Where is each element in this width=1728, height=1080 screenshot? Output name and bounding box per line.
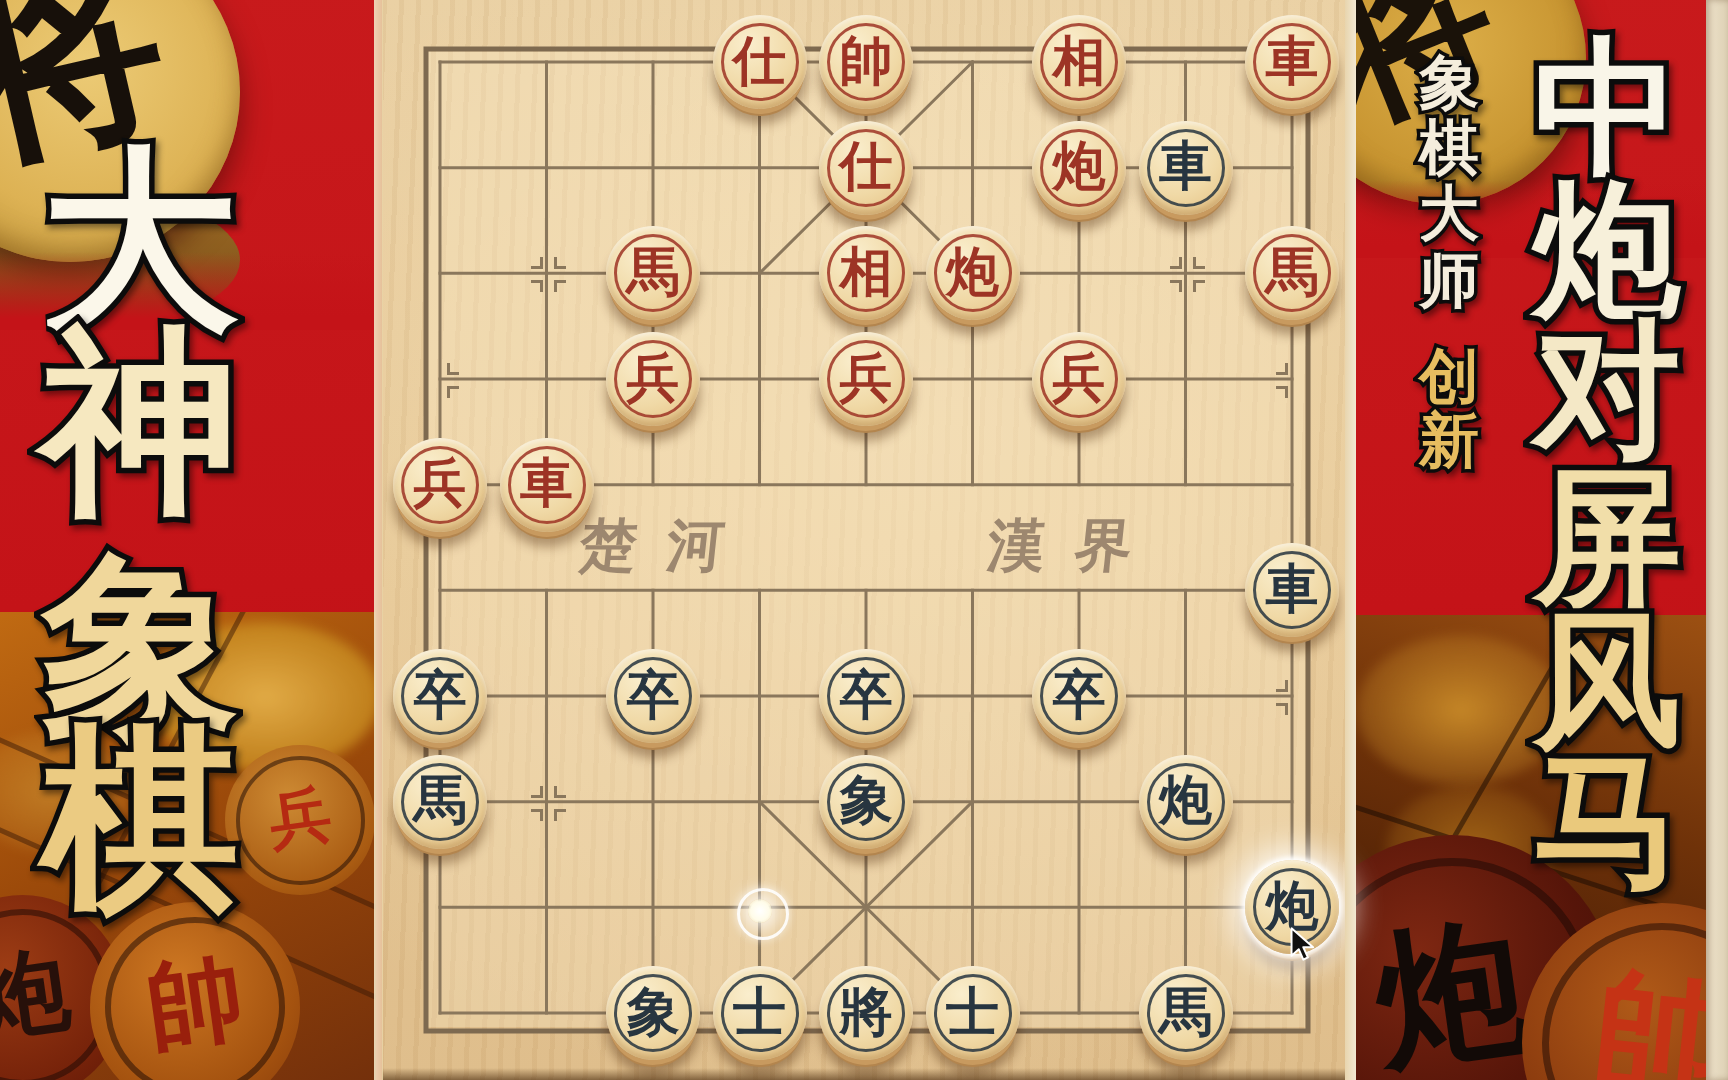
right-title-char: 马 xyxy=(1492,748,1722,896)
right-title-char: 炮 xyxy=(1492,177,1722,325)
piece-black-pawn[interactable]: 卒 xyxy=(606,649,700,743)
piece-black-elephant[interactable]: 象 xyxy=(819,755,913,849)
left-decorative-panel: 将 大神象棋 兵 炮 帥 xyxy=(0,0,376,1080)
right-subtitle-char: 象 xyxy=(1404,53,1494,113)
point-marker xyxy=(1170,280,1182,292)
piece-black-chariot[interactable]: 車 xyxy=(1245,543,1339,637)
point-marker xyxy=(447,386,459,398)
right-subtitle-char: 创 xyxy=(1404,347,1494,407)
river-label-right: 漢界 xyxy=(984,508,1166,585)
point-marker xyxy=(531,809,543,821)
piece-red-advisor[interactable]: 仕 xyxy=(819,121,913,215)
point-marker xyxy=(447,363,459,375)
piece-red-pawn[interactable]: 兵 xyxy=(819,332,913,426)
piece-black-pawn[interactable]: 卒 xyxy=(393,649,487,743)
piece-ring xyxy=(1147,974,1225,1052)
decor-piece-glyph: 帥 xyxy=(1588,963,1706,1080)
piece-black-advisor[interactable]: 士 xyxy=(926,966,1020,1060)
piece-ring xyxy=(1040,129,1118,207)
piece-red-cannon[interactable]: 炮 xyxy=(926,226,1020,320)
decor-piece-glyph: 帥 xyxy=(141,949,249,1057)
piece-black-chariot[interactable]: 車 xyxy=(1139,121,1233,215)
point-marker xyxy=(1193,280,1205,292)
piece-black-king[interactable]: 將 xyxy=(819,966,913,1060)
piece-ring xyxy=(508,446,586,524)
point-marker xyxy=(554,786,566,798)
right-subtitle-char: 大 xyxy=(1404,184,1494,244)
piece-ring xyxy=(1253,23,1331,101)
piece-ring xyxy=(1040,657,1118,735)
point-marker xyxy=(531,280,543,292)
piece-ring xyxy=(721,23,799,101)
piece-red-elephant[interactable]: 相 xyxy=(819,226,913,320)
right-subtitle-char: 新 xyxy=(1404,411,1494,471)
right-subtitle-char: 棋 xyxy=(1404,118,1494,178)
piece-ring xyxy=(401,657,479,735)
piece-ring xyxy=(1040,23,1118,101)
mouse-cursor xyxy=(1287,927,1317,961)
piece-black-horse[interactable]: 馬 xyxy=(1139,966,1233,1060)
piece-black-advisor[interactable]: 士 xyxy=(713,966,807,1060)
right-title-char: 风 xyxy=(1492,608,1722,756)
piece-ring xyxy=(614,657,692,735)
right-subtitle-char: 师 xyxy=(1404,251,1494,311)
panel-divider-left xyxy=(374,0,383,1080)
point-marker xyxy=(1276,363,1288,375)
piece-ring xyxy=(1253,234,1331,312)
piece-ring xyxy=(827,129,905,207)
piece-ring xyxy=(1147,129,1225,207)
decor-piece-glyph: 兵 xyxy=(265,783,335,853)
piece-ring xyxy=(614,974,692,1052)
video-frame: 将 大神象棋 兵 炮 帥 xyxy=(0,0,1728,1080)
piece-black-cannon[interactable]: 炮 xyxy=(1139,755,1233,849)
left-title-char: 棋 xyxy=(25,722,255,920)
river-label-left: 楚河 xyxy=(576,508,758,585)
piece-red-advisor[interactable]: 仕 xyxy=(713,15,807,109)
point-marker xyxy=(554,280,566,292)
right-title-char: 对 xyxy=(1492,317,1722,465)
right-title-char: 屏 xyxy=(1492,465,1722,613)
piece-ring xyxy=(1147,763,1225,841)
panel-divider-right xyxy=(1345,0,1356,1080)
piece-black-pawn[interactable]: 卒 xyxy=(1032,649,1126,743)
piece-red-pawn[interactable]: 兵 xyxy=(1032,332,1126,426)
piece-ring xyxy=(1040,340,1118,418)
piece-red-pawn[interactable]: 兵 xyxy=(606,332,700,426)
right-title-char: 中 xyxy=(1492,35,1722,183)
piece-ring xyxy=(1253,551,1331,629)
piece-ring xyxy=(827,234,905,312)
piece-ring xyxy=(934,234,1012,312)
piece-ring xyxy=(401,446,479,524)
piece-red-horse[interactable]: 馬 xyxy=(606,226,700,320)
piece-ring xyxy=(614,340,692,418)
piece-ring xyxy=(401,763,479,841)
piece-red-elephant[interactable]: 相 xyxy=(1032,15,1126,109)
piece-black-pawn[interactable]: 卒 xyxy=(819,649,913,743)
piece-ring xyxy=(827,340,905,418)
point-marker xyxy=(1276,680,1288,692)
board-edge-shadow xyxy=(382,1068,1345,1080)
piece-ring xyxy=(721,974,799,1052)
right-decorative-panel: 将 象棋大师创新 中炮对屏风马 炮 帥 xyxy=(1356,0,1706,1080)
piece-black-elephant[interactable]: 象 xyxy=(606,966,700,1060)
piece-red-king[interactable]: 帥 xyxy=(819,15,913,109)
piece-ring xyxy=(827,657,905,735)
move-indicator-dot xyxy=(748,899,772,923)
piece-ring xyxy=(614,234,692,312)
point-marker xyxy=(1193,257,1205,269)
piece-ring xyxy=(827,974,905,1052)
piece-ring xyxy=(827,23,905,101)
left-title-char: 神 xyxy=(25,325,255,523)
decor-piece-glyph: 炮 xyxy=(1367,909,1536,1078)
point-marker xyxy=(531,257,543,269)
piece-ring xyxy=(934,974,1012,1052)
piece-red-horse[interactable]: 馬 xyxy=(1245,226,1339,320)
piece-ring xyxy=(827,763,905,841)
point-marker xyxy=(531,786,543,798)
point-marker xyxy=(1276,386,1288,398)
piece-red-chariot[interactable]: 車 xyxy=(1245,15,1339,109)
point-marker xyxy=(1276,703,1288,715)
decor-piece-glyph: 炮 xyxy=(0,942,74,1046)
piece-red-chariot[interactable]: 車 xyxy=(500,438,594,532)
piece-red-pawn[interactable]: 兵 xyxy=(393,438,487,532)
point-marker xyxy=(554,809,566,821)
point-marker xyxy=(554,257,566,269)
point-marker xyxy=(1170,257,1182,269)
piece-black-horse[interactable]: 馬 xyxy=(393,755,487,849)
piece-red-cannon[interactable]: 炮 xyxy=(1032,121,1126,215)
